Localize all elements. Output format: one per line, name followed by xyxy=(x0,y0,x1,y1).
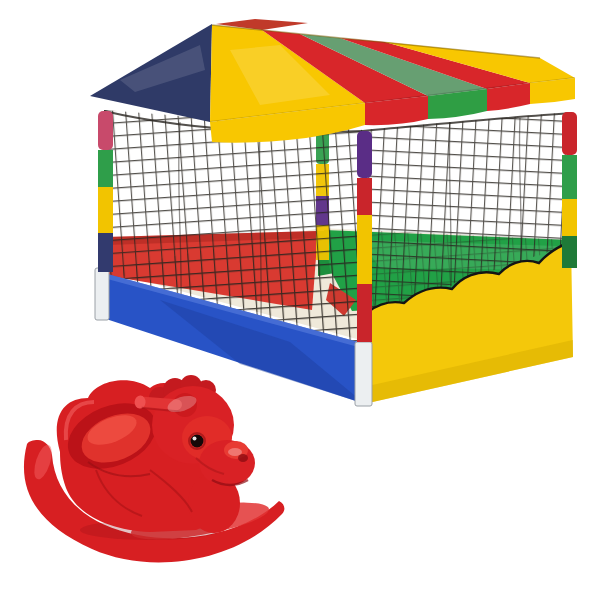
right-post-segment-yellow xyxy=(562,199,577,236)
ball-pit-tent xyxy=(90,19,577,406)
right-post-segment-green xyxy=(562,155,577,199)
horse-eye-glint xyxy=(193,437,197,441)
front-post-segment-purple xyxy=(357,131,372,178)
left-post xyxy=(98,111,113,272)
scene-svg xyxy=(0,0,600,600)
right-post xyxy=(562,112,577,268)
horse-nostril xyxy=(238,454,248,462)
left-post-segment-yellow xyxy=(98,187,113,233)
front-post-segment-yellow xyxy=(357,215,372,284)
corner-bracket-left xyxy=(95,268,109,320)
right-post-segment-red xyxy=(562,112,577,155)
horse-muzzle-highlight xyxy=(228,448,242,456)
horse-eye xyxy=(191,435,204,448)
front-post-segment-red xyxy=(357,178,372,215)
left-post-segment-navy xyxy=(98,233,113,272)
product-photo xyxy=(0,0,600,600)
left-post-segment-pink xyxy=(98,111,113,150)
right-post-segment-darkgreen xyxy=(562,236,577,268)
front-post-segment-red2 xyxy=(357,284,372,342)
corner-bracket-front xyxy=(355,342,372,406)
left-post-segment-green xyxy=(98,150,113,187)
front-post xyxy=(357,131,372,342)
rocking-horse xyxy=(24,375,284,562)
